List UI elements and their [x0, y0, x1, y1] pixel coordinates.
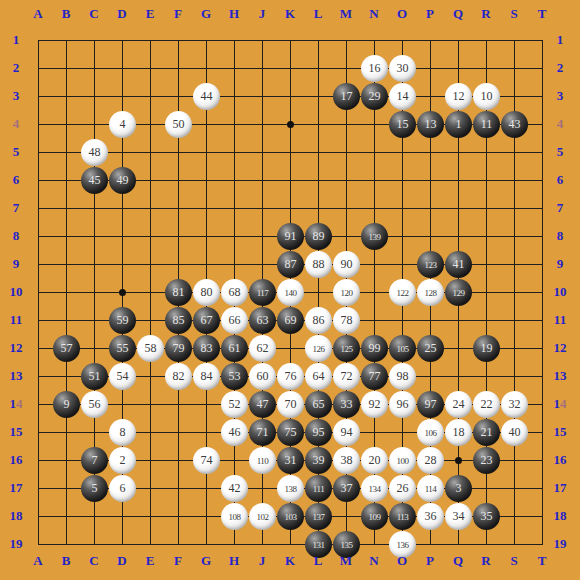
white-stone-114: 114 — [417, 475, 444, 502]
column-label-top: C — [82, 7, 106, 21]
move-number: 131 — [313, 540, 325, 550]
column-label-top: N — [362, 7, 386, 21]
column-label-top: R — [474, 7, 498, 21]
move-number: 57 — [61, 341, 73, 356]
black-stone-29: 29 — [361, 83, 388, 110]
row-label-left: 8 — [4, 229, 28, 243]
row-label-left: 2 — [4, 61, 28, 75]
white-stone-6: 6 — [109, 475, 136, 502]
move-number: 66 — [229, 313, 241, 328]
white-stone-24: 24 — [445, 391, 472, 418]
star-point — [455, 457, 462, 464]
white-stone-128: 128 — [417, 279, 444, 306]
black-stone-35: 35 — [473, 503, 500, 530]
column-label-top: M — [334, 7, 358, 21]
move-number: 7 — [92, 453, 98, 468]
black-stone-11: 11 — [473, 111, 500, 138]
white-stone-64: 64 — [305, 363, 332, 390]
move-number: 58 — [145, 341, 157, 356]
row-label-right: 2 — [548, 61, 572, 75]
black-stone-9: 9 — [53, 391, 80, 418]
column-label-top: B — [54, 7, 78, 21]
black-stone-17: 17 — [333, 83, 360, 110]
move-number: 43 — [509, 117, 521, 132]
black-stone-25: 25 — [417, 335, 444, 362]
black-stone-33: 33 — [333, 391, 360, 418]
move-number: 30 — [397, 61, 409, 76]
white-stone-110: 110 — [249, 447, 276, 474]
row-label-right: 17 — [548, 481, 572, 495]
column-label-bottom: P — [418, 554, 442, 568]
black-stone-69: 69 — [277, 307, 304, 334]
move-number: 23 — [481, 453, 493, 468]
move-number: 59 — [117, 313, 129, 328]
row-label-left: 13 — [4, 369, 28, 383]
row-label-right: 19 — [548, 537, 572, 551]
star-point — [287, 121, 294, 128]
move-number: 86 — [313, 313, 325, 328]
row-label-right: 13 — [548, 369, 572, 383]
move-number: 70 — [285, 397, 297, 412]
move-number: 138 — [285, 484, 297, 494]
white-stone-4: 4 — [109, 111, 136, 138]
move-number: 14 — [397, 89, 409, 104]
black-stone-67: 67 — [193, 307, 220, 334]
black-stone-125: 125 — [333, 335, 360, 362]
black-stone-71: 71 — [249, 419, 276, 446]
column-label-bottom: G — [194, 554, 218, 568]
column-label-bottom: N — [362, 554, 386, 568]
column-label-top: G — [194, 7, 218, 21]
black-stone-39: 39 — [305, 447, 332, 474]
move-number: 18 — [453, 425, 465, 440]
move-number: 105 — [397, 344, 409, 354]
move-number: 52 — [229, 397, 241, 412]
column-label-top: A — [26, 7, 50, 21]
move-number: 42 — [229, 481, 241, 496]
black-stone-63: 63 — [249, 307, 276, 334]
black-stone-65: 65 — [305, 391, 332, 418]
move-number: 125 — [341, 344, 353, 354]
white-stone-14: 14 — [389, 83, 416, 110]
white-stone-102: 102 — [249, 503, 276, 530]
move-number: 12 — [453, 89, 465, 104]
white-stone-120: 120 — [333, 279, 360, 306]
row-label-left: 1 — [4, 33, 28, 47]
row-label-right: 12 — [548, 341, 572, 355]
move-number: 22 — [481, 397, 493, 412]
move-number: 5 — [92, 481, 98, 496]
move-number: 28 — [425, 453, 437, 468]
black-stone-83: 83 — [193, 335, 220, 362]
white-stone-108: 108 — [221, 503, 248, 530]
black-stone-7: 7 — [81, 447, 108, 474]
black-stone-57: 57 — [53, 335, 80, 362]
white-stone-2: 2 — [109, 447, 136, 474]
row-label-right: 11 — [548, 313, 572, 327]
white-stone-98: 98 — [389, 363, 416, 390]
column-label-bottom: J — [250, 554, 274, 568]
column-label-top: S — [502, 7, 526, 21]
move-number: 35 — [481, 509, 493, 524]
move-number: 100 — [397, 456, 409, 466]
row-label-left: 5 — [4, 145, 28, 159]
move-number: 120 — [341, 288, 353, 298]
move-number: 11 — [481, 117, 493, 132]
white-stone-38: 38 — [333, 447, 360, 474]
move-number: 113 — [397, 512, 409, 522]
column-label-bottom: K — [278, 554, 302, 568]
move-number: 60 — [257, 369, 269, 384]
white-stone-84: 84 — [193, 363, 220, 390]
move-number: 1 — [456, 117, 462, 132]
move-number: 75 — [285, 425, 297, 440]
row-label-right: 6 — [548, 173, 572, 187]
move-number: 126 — [313, 344, 325, 354]
move-number: 129 — [453, 288, 465, 298]
move-number: 56 — [89, 397, 101, 412]
white-stone-42: 42 — [221, 475, 248, 502]
row-label-right: 7 — [548, 201, 572, 215]
black-stone-75: 75 — [277, 419, 304, 446]
white-stone-52: 52 — [221, 391, 248, 418]
move-number: 17 — [341, 89, 353, 104]
move-number: 78 — [341, 313, 353, 328]
black-stone-61: 61 — [221, 335, 248, 362]
white-stone-100: 100 — [389, 447, 416, 474]
white-stone-88: 88 — [305, 251, 332, 278]
white-stone-70: 70 — [277, 391, 304, 418]
move-number: 77 — [369, 369, 381, 384]
white-stone-68: 68 — [221, 279, 248, 306]
move-number: 55 — [117, 341, 129, 356]
black-stone-43: 43 — [501, 111, 528, 138]
move-number: 47 — [257, 397, 269, 412]
move-number: 80 — [201, 285, 213, 300]
move-number: 29 — [369, 89, 381, 104]
white-stone-58: 58 — [137, 335, 164, 362]
black-stone-19: 19 — [473, 335, 500, 362]
black-stone-1: 1 — [445, 111, 472, 138]
move-number: 139 — [369, 232, 381, 242]
black-stone-139: 139 — [361, 223, 388, 250]
move-number: 91 — [285, 229, 297, 244]
move-number: 2 — [120, 453, 126, 468]
white-stone-62: 62 — [249, 335, 276, 362]
move-number: 136 — [397, 540, 409, 550]
move-number: 4 — [120, 117, 126, 132]
white-stone-16: 16 — [361, 55, 388, 82]
white-stone-66: 66 — [221, 307, 248, 334]
row-label-left: 17 — [4, 481, 28, 495]
white-stone-138: 138 — [277, 475, 304, 502]
black-stone-45: 45 — [81, 167, 108, 194]
white-stone-92: 92 — [361, 391, 388, 418]
move-number: 44 — [201, 89, 213, 104]
move-number: 36 — [425, 509, 437, 524]
move-number: 84 — [201, 369, 213, 384]
white-stone-78: 78 — [333, 307, 360, 334]
move-number: 15 — [397, 117, 409, 132]
white-stone-20: 20 — [361, 447, 388, 474]
row-label-right: 15 — [548, 425, 572, 439]
black-stone-3: 3 — [445, 475, 472, 502]
black-stone-123: 123 — [417, 251, 444, 278]
move-number: 41 — [453, 257, 465, 272]
move-number: 110 — [257, 456, 269, 466]
black-stone-95: 95 — [305, 419, 332, 446]
column-label-top: J — [250, 7, 274, 21]
black-stone-113: 113 — [389, 503, 416, 530]
white-stone-56: 56 — [81, 391, 108, 418]
white-stone-122: 122 — [389, 279, 416, 306]
move-number: 51 — [89, 369, 101, 384]
move-number: 114 — [425, 484, 437, 494]
row-label-left: 16 — [4, 453, 28, 467]
move-number: 63 — [257, 313, 269, 328]
move-number: 9 — [64, 397, 70, 412]
black-stone-31: 31 — [277, 447, 304, 474]
go-board-grid[interactable]: 1630441729141210450151311143484549918913… — [38, 40, 543, 545]
move-number: 117 — [257, 288, 269, 298]
black-stone-81: 81 — [165, 279, 192, 306]
move-number: 10 — [481, 89, 493, 104]
column-label-bottom: F — [166, 554, 190, 568]
black-stone-103: 103 — [277, 503, 304, 530]
white-stone-22: 22 — [473, 391, 500, 418]
move-number: 97 — [425, 397, 437, 412]
white-stone-106: 106 — [417, 419, 444, 446]
column-label-bottom: O — [390, 554, 414, 568]
move-number: 40 — [509, 425, 521, 440]
move-number: 135 — [341, 540, 353, 550]
black-stone-77: 77 — [361, 363, 388, 390]
black-stone-87: 87 — [277, 251, 304, 278]
move-number: 99 — [369, 341, 381, 356]
move-number: 24 — [453, 397, 465, 412]
move-number: 90 — [341, 257, 353, 272]
white-stone-94: 94 — [333, 419, 360, 446]
black-stone-47: 47 — [249, 391, 276, 418]
row-label-left: 15 — [4, 425, 28, 439]
move-number: 33 — [341, 397, 353, 412]
column-label-bottom: L — [306, 554, 330, 568]
move-number: 95 — [313, 425, 325, 440]
move-number: 13 — [425, 117, 437, 132]
white-stone-134: 134 — [361, 475, 388, 502]
white-stone-54: 54 — [109, 363, 136, 390]
move-number: 32 — [509, 397, 521, 412]
column-label-bottom: S — [502, 554, 526, 568]
move-number: 37 — [341, 481, 353, 496]
white-stone-46: 46 — [221, 419, 248, 446]
move-number: 67 — [201, 313, 213, 328]
row-label-right: 8 — [548, 229, 572, 243]
white-stone-26: 26 — [389, 475, 416, 502]
column-label-top: P — [418, 7, 442, 21]
black-stone-91: 91 — [277, 223, 304, 250]
move-number: 82 — [173, 369, 185, 384]
column-label-top: O — [390, 7, 414, 21]
move-number: 74 — [201, 453, 213, 468]
move-number: 89 — [313, 229, 325, 244]
move-number: 62 — [257, 341, 269, 356]
white-stone-86: 86 — [305, 307, 332, 334]
white-stone-126: 126 — [305, 335, 332, 362]
black-stone-59: 59 — [109, 307, 136, 334]
white-stone-12: 12 — [445, 83, 472, 110]
move-number: 45 — [89, 173, 101, 188]
black-stone-129: 129 — [445, 279, 472, 306]
row-label-left: 6 — [4, 173, 28, 187]
row-label-left: 11 — [4, 313, 28, 327]
column-label-top: E — [138, 7, 162, 21]
black-stone-21: 21 — [473, 419, 500, 446]
column-label-top: F — [166, 7, 190, 21]
black-stone-89: 89 — [305, 223, 332, 250]
move-number: 79 — [173, 341, 185, 356]
move-number: 98 — [397, 369, 409, 384]
move-number: 76 — [285, 369, 297, 384]
row-label-right: 18 — [548, 509, 572, 523]
move-number: 88 — [313, 257, 325, 272]
move-number: 64 — [313, 369, 325, 384]
move-number: 20 — [369, 453, 381, 468]
white-stone-60: 60 — [249, 363, 276, 390]
column-label-top: Q — [446, 7, 470, 21]
move-number: 92 — [369, 397, 381, 412]
column-label-bottom: T — [530, 554, 554, 568]
move-number: 103 — [285, 512, 297, 522]
move-number: 108 — [229, 512, 241, 522]
white-stone-30: 30 — [389, 55, 416, 82]
move-number: 102 — [257, 512, 269, 522]
row-label-left: 18 — [4, 509, 28, 523]
black-stone-111: 111 — [305, 475, 332, 502]
white-stone-18: 18 — [445, 419, 472, 446]
row-label-right: 16 — [548, 453, 572, 467]
move-number: 123 — [425, 260, 437, 270]
move-number: 26 — [397, 481, 409, 496]
black-stone-117: 117 — [249, 279, 276, 306]
black-stone-15: 15 — [389, 111, 416, 138]
black-stone-79: 79 — [165, 335, 192, 362]
black-stone-37: 37 — [333, 475, 360, 502]
row-label-left: 12 — [4, 341, 28, 355]
black-stone-55: 55 — [109, 335, 136, 362]
move-number: 49 — [117, 173, 129, 188]
row-label-right: 14 — [548, 397, 572, 411]
column-label-bottom: E — [138, 554, 162, 568]
column-label-top: L — [306, 7, 330, 21]
move-number: 65 — [313, 397, 325, 412]
move-number: 68 — [229, 285, 241, 300]
black-stone-51: 51 — [81, 363, 108, 390]
black-stone-23: 23 — [473, 447, 500, 474]
move-number: 106 — [425, 428, 437, 438]
white-stone-8: 8 — [109, 419, 136, 446]
move-number: 128 — [425, 288, 437, 298]
row-label-right: 4 — [548, 117, 572, 131]
move-number: 3 — [456, 481, 462, 496]
move-number: 50 — [173, 117, 185, 132]
move-number: 46 — [229, 425, 241, 440]
move-number: 19 — [481, 341, 493, 356]
move-number: 31 — [285, 453, 297, 468]
move-number: 48 — [89, 145, 101, 160]
black-stone-85: 85 — [165, 307, 192, 334]
move-number: 81 — [173, 285, 185, 300]
row-label-left: 10 — [4, 285, 28, 299]
column-label-bottom: R — [474, 554, 498, 568]
white-stone-80: 80 — [193, 279, 220, 306]
black-stone-13: 13 — [417, 111, 444, 138]
black-stone-97: 97 — [417, 391, 444, 418]
row-label-left: 4 — [4, 117, 28, 131]
move-number: 96 — [397, 397, 409, 412]
white-stone-40: 40 — [501, 419, 528, 446]
white-stone-36: 36 — [417, 503, 444, 530]
move-number: 53 — [229, 369, 241, 384]
column-label-bottom: H — [222, 554, 246, 568]
move-number: 71 — [257, 425, 269, 440]
black-stone-105: 105 — [389, 335, 416, 362]
row-label-left: 3 — [4, 89, 28, 103]
row-label-right: 9 — [548, 257, 572, 271]
move-number: 61 — [229, 341, 241, 356]
white-stone-50: 50 — [165, 111, 192, 138]
black-stone-99: 99 — [361, 335, 388, 362]
white-stone-28: 28 — [417, 447, 444, 474]
white-stone-90: 90 — [333, 251, 360, 278]
move-number: 94 — [341, 425, 353, 440]
white-stone-32: 32 — [501, 391, 528, 418]
move-number: 122 — [397, 288, 409, 298]
move-number: 39 — [313, 453, 325, 468]
white-stone-76: 76 — [277, 363, 304, 390]
star-point — [119, 289, 126, 296]
white-stone-140: 140 — [277, 279, 304, 306]
move-number: 134 — [369, 484, 381, 494]
white-stone-10: 10 — [473, 83, 500, 110]
column-label-top: T — [530, 7, 554, 21]
column-label-bottom: M — [334, 554, 358, 568]
row-label-right: 5 — [548, 145, 572, 159]
row-label-left: 7 — [4, 201, 28, 215]
move-number: 38 — [341, 453, 353, 468]
white-stone-82: 82 — [165, 363, 192, 390]
row-label-left: 9 — [4, 257, 28, 271]
row-label-right: 3 — [548, 89, 572, 103]
column-label-bottom: B — [54, 554, 78, 568]
black-stone-49: 49 — [109, 167, 136, 194]
row-label-left: 14 — [4, 397, 28, 411]
move-number: 111 — [313, 484, 324, 494]
move-number: 69 — [285, 313, 297, 328]
white-stone-96: 96 — [389, 391, 416, 418]
move-number: 140 — [285, 288, 297, 298]
column-label-top: H — [222, 7, 246, 21]
row-label-right: 10 — [548, 285, 572, 299]
move-number: 34 — [453, 509, 465, 524]
move-number: 83 — [201, 341, 213, 356]
move-number: 16 — [369, 61, 381, 76]
column-label-top: D — [110, 7, 134, 21]
black-stone-109: 109 — [361, 503, 388, 530]
column-label-bottom: A — [26, 554, 50, 568]
white-stone-44: 44 — [193, 83, 220, 110]
move-number: 25 — [425, 341, 437, 356]
